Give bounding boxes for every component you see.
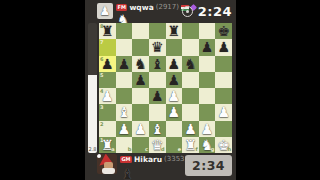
white-pawn[interactable]: ♟ [134,122,147,136]
top-clock-area: 2:24 [182,4,232,19]
square-d2[interactable]: ♝ [149,121,166,137]
square-e3[interactable]: ♟ [166,104,183,120]
black-knight[interactable]: ♞ [134,57,147,71]
square-h5[interactable] [215,72,232,88]
white-pawn[interactable]: ♟ [217,105,230,119]
square-e1[interactable]: e [166,137,183,153]
square-g8[interactable] [199,23,216,39]
square-d3[interactable] [149,104,166,120]
square-f6[interactable]: ♞ [182,56,199,72]
rank-label-3: 3 [100,105,103,110]
file-label-c: c [145,147,148,152]
rank-label-7: 7 [100,40,103,45]
avatar-top-player[interactable]: ♟ [97,3,113,19]
square-e7[interactable] [166,39,183,55]
square-a8[interactable]: 8♜ [99,23,116,39]
square-a5[interactable]: 5 [99,72,116,88]
hat-pom-icon [97,154,101,158]
square-d1[interactable]: d♛ [149,137,166,153]
square-f2[interactable]: ♟ [182,121,199,137]
square-b5[interactable] [116,72,133,88]
square-d7[interactable]: ♛ [149,39,166,55]
title-badge-bottom: GM [120,156,132,163]
square-a6[interactable]: 6♟ [99,56,116,72]
square-g6[interactable] [199,56,216,72]
square-c4[interactable] [132,88,149,104]
screen: ♟ FM wqwa (2917) ♞ 2:24 2.8 8♜♜♚7♛♟♟6♟♟♞… [0,0,320,180]
square-f3[interactable] [182,104,199,120]
bottom-player-clock: 2:34 [192,158,225,173]
eval-score: 2.8 [89,146,97,153]
square-g4[interactable] [199,88,216,104]
square-c8[interactable] [132,23,149,39]
square-f4[interactable] [182,88,199,104]
square-b8[interactable] [116,23,133,39]
top-player-rating: (2917) [156,4,179,11]
white-pawn[interactable]: ♟ [118,122,131,136]
black-pawn[interactable]: ♟ [118,57,131,71]
rank-label-4: 4 [100,89,103,94]
black-pawn[interactable]: ♟ [134,73,147,87]
square-h1[interactable]: h♚ [215,137,232,153]
square-a2[interactable]: 2 [99,121,116,137]
square-c1[interactable]: c [132,137,149,153]
square-d6[interactable]: ♝ [149,56,166,72]
square-c6[interactable]: ♞ [132,56,149,72]
avatar-bottom-player[interactable] [97,154,117,174]
eval-white-portion: 2.8 [88,75,97,153]
square-d8[interactable] [149,23,166,39]
file-label-g: g [211,147,215,152]
black-knight[interactable]: ♞ [184,57,197,71]
square-b1[interactable]: b [116,137,133,153]
black-rook[interactable]: ♜ [168,24,181,38]
eval-black-portion [88,23,97,75]
white-bishop[interactable]: ♝ [118,105,131,119]
square-e8[interactable]: ♜ [166,23,183,39]
rank-label-5: 5 [100,73,103,78]
square-h7[interactable]: ♟ [215,39,232,55]
square-e5[interactable]: ♟ [166,72,183,88]
evaluation-bar: 2.8 [88,23,97,153]
square-b2[interactable]: ♟ [116,121,133,137]
file-label-b: b [128,147,132,152]
white-pawn[interactable]: ♟ [201,122,214,136]
file-label-d: d [161,147,165,152]
square-f1[interactable]: f♜ [182,137,199,153]
square-h3[interactable]: ♟ [215,104,232,120]
black-pawn[interactable]: ♟ [217,40,230,54]
bottom-player-rating: (3353) [164,156,187,163]
square-g2[interactable]: ♟ [199,121,216,137]
black-pawn[interactable]: ♟ [168,57,181,71]
square-g7[interactable]: ♟ [199,39,216,55]
square-f7[interactable] [182,39,199,55]
square-h4[interactable] [215,88,232,104]
top-player-clock: 2:24 [198,4,232,19]
file-label-e: e [178,147,181,152]
black-queen[interactable]: ♛ [151,40,164,54]
square-g5[interactable] [199,72,216,88]
pawn-avatar-icon: ♟ [100,5,111,17]
rank-label-2: 2 [100,122,103,127]
square-e2[interactable] [166,121,183,137]
timer-icon[interactable] [182,6,193,17]
square-c7[interactable] [132,39,149,55]
rank-label-8: 8 [100,24,103,29]
chess-board[interactable]: 8♜♜♚7♛♟♟6♟♟♞♝♟♞5♟♟4♟♟♟3♝♟♟2♟♟♝♟♟1a♜bcd♛e… [99,23,232,153]
title-badge-top: FM [116,4,127,11]
avatar-beard [102,168,115,174]
square-c2[interactable]: ♟ [132,121,149,137]
square-d4[interactable]: ♟ [149,88,166,104]
square-f5[interactable] [182,72,199,88]
rank-label-1: 1 [100,138,103,143]
square-e6[interactable]: ♟ [166,56,183,72]
white-pawn[interactable]: ♟ [168,105,181,119]
square-h2[interactable] [215,121,232,137]
square-d5[interactable] [149,72,166,88]
square-h6[interactable] [215,56,232,72]
white-pawn[interactable]: ♟ [168,89,181,103]
black-pawn[interactable]: ♟ [168,73,181,87]
black-pawn[interactable]: ♟ [151,89,164,103]
file-label-a: a [111,147,114,152]
file-label-h: h [227,147,231,152]
black-king[interactable]: ♚ [217,24,230,38]
black-bishop[interactable]: ♝ [151,57,164,71]
square-a3[interactable]: 3 [99,104,116,120]
rank-label-6: 6 [100,57,103,62]
square-h8[interactable]: ♚ [215,23,232,39]
square-a7[interactable]: 7 [99,39,116,55]
square-g3[interactable] [199,104,216,120]
square-g1[interactable]: g♞ [199,137,216,153]
square-c3[interactable] [132,104,149,120]
bottom-clock-box: 2:34 [185,155,232,176]
square-b7[interactable] [116,39,133,55]
black-pawn[interactable]: ♟ [201,40,214,54]
top-player-name: wqwa [129,4,153,12]
square-b4[interactable] [116,88,133,104]
square-a1[interactable]: 1a♜ [99,137,116,153]
square-a4[interactable]: 4♟ [99,88,116,104]
square-c5[interactable]: ♟ [132,72,149,88]
white-pawn[interactable]: ♟ [184,122,197,136]
white-bishop[interactable]: ♝ [151,122,164,136]
square-e4[interactable]: ♟ [166,88,183,104]
file-label-f: f [196,147,198,152]
bottom-player-name: Hikaru [134,156,162,164]
captured-pieces-bottom: ♝ [121,167,134,180]
game-screen: ♟ FM wqwa (2917) ♞ 2:24 2.8 8♜♜♚7♛♟♟6♟♟♞… [85,0,236,180]
square-b6[interactable]: ♟ [116,56,133,72]
square-b3[interactable]: ♝ [116,104,133,120]
square-f8[interactable] [182,23,199,39]
